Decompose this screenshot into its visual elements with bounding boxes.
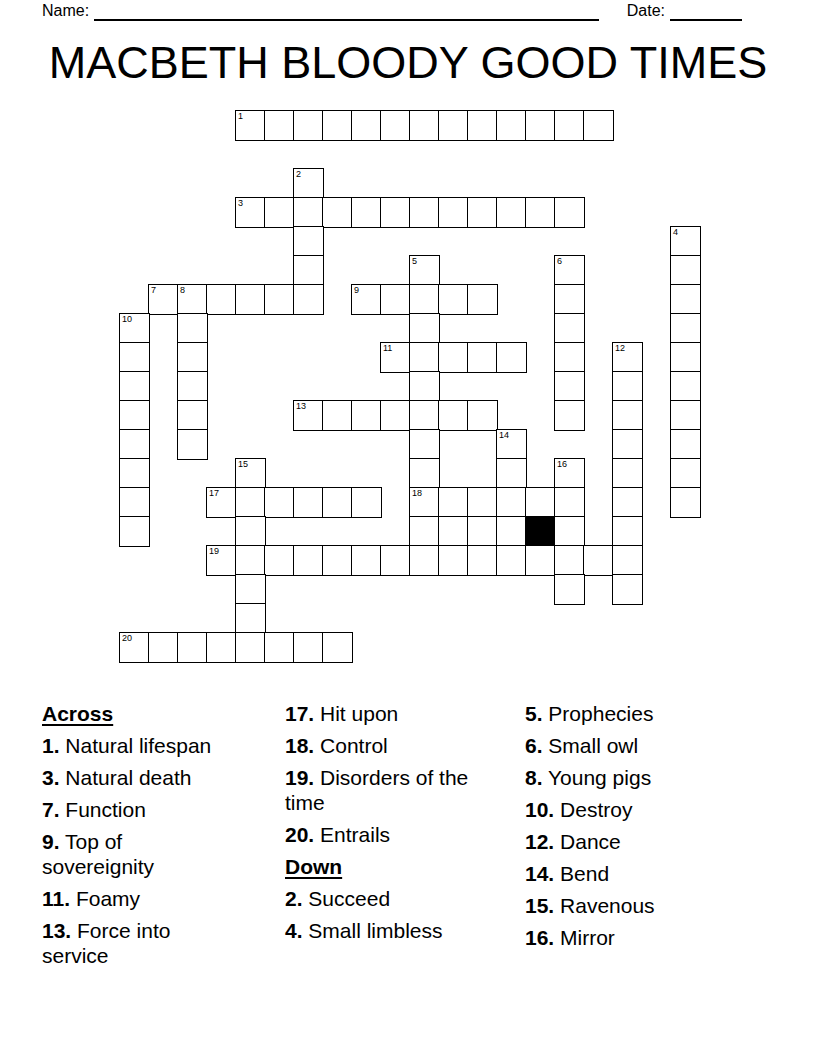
clue-number: 13 [296, 401, 306, 412]
grid-cell[interactable] [467, 110, 498, 141]
grid-cell[interactable] [496, 197, 527, 228]
grid-cell[interactable]: 11 [380, 342, 411, 373]
grid-cell[interactable] [322, 400, 353, 431]
clue-number-label: 8. [525, 766, 543, 789]
grid-cell[interactable] [612, 516, 643, 547]
grid-cell[interactable] [467, 284, 498, 315]
clue: 10. Destroy [525, 797, 715, 822]
grid-cell[interactable] [438, 342, 469, 373]
clue-number: 2 [296, 169, 301, 180]
grid-cell[interactable] [496, 342, 527, 373]
clue-number: 12 [615, 343, 625, 354]
grid-cell[interactable] [293, 226, 324, 257]
clue-column-1: Across1. Natural lifespan3. Natural deat… [42, 701, 234, 975]
clue-number-label: 5. [525, 702, 543, 725]
grid-cell[interactable]: 8 [177, 284, 208, 315]
clue: 11. Foamy [42, 886, 234, 911]
grid-cell[interactable] [235, 603, 266, 634]
grid-cell[interactable]: 4 [670, 226, 701, 257]
grid-cell[interactable] [119, 371, 150, 402]
clue: 13. Force into service [42, 918, 234, 968]
grid-cell[interactable] [235, 516, 266, 547]
clue-number: 1 [238, 111, 243, 122]
grid-cell[interactable] [583, 545, 614, 576]
grid-cell[interactable] [554, 342, 585, 373]
grid-cell[interactable] [612, 429, 643, 460]
grid-cell[interactable] [554, 110, 585, 141]
clue: 9. Top of sovereignity [42, 829, 234, 879]
grid-cell[interactable] [264, 197, 295, 228]
grid-cell[interactable]: 18 [409, 487, 440, 518]
grid-cell[interactable] [264, 284, 295, 315]
clue: 2. Succeed [285, 886, 490, 911]
grid-cell[interactable] [264, 632, 295, 663]
grid-cell[interactable] [177, 400, 208, 431]
clue: 18. Control [285, 733, 490, 758]
grid-cell[interactable] [322, 632, 353, 663]
clue-number: 3 [238, 198, 243, 209]
clue-number-label: 12. [525, 830, 554, 853]
clue-number-label: 14. [525, 862, 554, 885]
grid-cell[interactable] [235, 632, 266, 663]
clue-section-header: Across [42, 701, 234, 726]
clue-number-label: 11. [42, 887, 70, 910]
grid-cell[interactable] [612, 574, 643, 605]
grid-cell[interactable] [554, 487, 585, 518]
grid-cell[interactable] [380, 110, 411, 141]
grid-cell[interactable]: 12 [612, 342, 643, 373]
clue-number: 14 [499, 430, 509, 441]
clue-number: 6 [557, 256, 562, 267]
clue-number-label: 4. [285, 919, 303, 942]
clue: 12. Dance [525, 829, 715, 854]
grid-cell[interactable] [264, 545, 295, 576]
grid-cell[interactable] [293, 110, 324, 141]
grid-cell[interactable] [351, 545, 382, 576]
grid-cell[interactable] [467, 342, 498, 373]
grid-cell[interactable] [380, 197, 411, 228]
clue: 5. Prophecies [525, 701, 715, 726]
grid-cell[interactable]: 20 [119, 632, 150, 663]
name-label: Name: [42, 2, 89, 21]
grid-cell[interactable] [409, 197, 440, 228]
grid-cell[interactable] [670, 458, 701, 489]
grid-cell[interactable] [554, 313, 585, 344]
clue-number-label: 9. [42, 830, 60, 853]
grid-cell[interactable] [409, 313, 440, 344]
grid-cell[interactable]: 10 [119, 313, 150, 344]
clue-number-label: 17. [285, 702, 314, 725]
grid-cell[interactable] [177, 371, 208, 402]
grid-cell[interactable] [351, 400, 382, 431]
grid-cell[interactable] [322, 487, 353, 518]
grid-cell[interactable] [438, 110, 469, 141]
grid-cell[interactable] [525, 197, 556, 228]
crossword-worksheet-page: { "game": "crossword", "header": { "name… [0, 0, 816, 1056]
clue: 3. Natural death [42, 765, 234, 790]
clue-number-label: 2. [285, 887, 303, 910]
grid-cell[interactable]: 13 [293, 400, 324, 431]
grid-cell[interactable] [612, 371, 643, 402]
grid-cell[interactable] [206, 284, 237, 315]
grid-cell[interactable] [235, 284, 266, 315]
grid-cell[interactable] [525, 545, 556, 576]
clue-section-header: Down [285, 854, 490, 879]
clue-number-label: 15. [525, 894, 554, 917]
clue-column-3: 5. Prophecies6. Small owl8. Young pigs10… [525, 701, 715, 957]
grid-cell[interactable] [235, 545, 266, 576]
grid-cell[interactable] [235, 574, 266, 605]
grid-cell[interactable] [293, 255, 324, 286]
clue-column-2: 17. Hit upon18. Control19. Disorders of … [285, 701, 490, 950]
name-blank-line [94, 3, 599, 21]
grid-cell[interactable]: 2 [293, 168, 324, 199]
grid-cell[interactable] [670, 400, 701, 431]
clue-number-label: 19. [285, 766, 314, 789]
grid-cell[interactable] [554, 284, 585, 315]
grid-cell[interactable] [496, 516, 527, 547]
clue: 7. Function [42, 797, 234, 822]
grid-cell[interactable]: 15 [235, 458, 266, 489]
grid-cell[interactable]: 9 [351, 284, 382, 315]
clue-number-label: 10. [525, 798, 554, 821]
grid-cell[interactable] [554, 371, 585, 402]
clue: 6. Small owl [525, 733, 715, 758]
grid-cell[interactable] [525, 110, 556, 141]
grid-cell[interactable] [496, 545, 527, 576]
clue: 1. Natural lifespan [42, 733, 234, 758]
clue-number: 8 [180, 285, 185, 296]
grid-cell[interactable] [293, 197, 324, 228]
grid-cell[interactable] [322, 545, 353, 576]
grid-cell[interactable] [496, 487, 527, 518]
grid-cell[interactable]: 14 [496, 429, 527, 460]
grid-cell[interactable] [670, 429, 701, 460]
grid-cell[interactable]: 6 [554, 255, 585, 286]
grid-cell[interactable] [235, 487, 266, 518]
clue: 20. Entrails [285, 822, 490, 847]
grid-cell[interactable] [670, 313, 701, 344]
grid-cell[interactable] [467, 400, 498, 431]
clue-number-label: 16. [525, 926, 554, 949]
grid-cell[interactable] [409, 400, 440, 431]
grid-cell[interactable] [409, 371, 440, 402]
grid-cell[interactable] [293, 284, 324, 315]
grid-cell[interactable] [322, 110, 353, 141]
grid-cell[interactable] [351, 110, 382, 141]
grid-cell[interactable]: 19 [206, 545, 237, 576]
grid-cell[interactable] [438, 284, 469, 315]
clue-number: 7 [151, 285, 156, 296]
clue-number: 4 [673, 227, 678, 238]
grid-cell[interactable] [670, 342, 701, 373]
clue-number-label: 18. [285, 734, 314, 757]
clue-number-label: 3. [42, 766, 60, 789]
grid-cell[interactable]: 1 [235, 110, 266, 141]
grid-cell[interactable] [670, 255, 701, 286]
grid-cell[interactable] [438, 197, 469, 228]
grid-cell[interactable] [438, 400, 469, 431]
grid-cell[interactable] [380, 545, 411, 576]
grid-cell[interactable] [322, 197, 353, 228]
grid-cell[interactable] [583, 110, 614, 141]
grid-cell[interactable]: 7 [148, 284, 179, 315]
clue-number: 19 [209, 546, 219, 557]
grid-cell[interactable] [119, 400, 150, 431]
grid-cell[interactable] [206, 632, 237, 663]
grid-cell[interactable] [467, 545, 498, 576]
grid-cell[interactable] [525, 487, 556, 518]
grid-cell[interactable] [119, 458, 150, 489]
clue-number: 9 [354, 285, 359, 296]
grid-cell[interactable] [670, 284, 701, 315]
clue: 4. Small limbless [285, 918, 490, 943]
grid-cell[interactable] [496, 458, 527, 489]
grid-cell[interactable]: 5 [409, 255, 440, 286]
clue: 16. Mirror [525, 925, 715, 950]
grid-cell[interactable] [351, 197, 382, 228]
grid-cell[interactable] [119, 487, 150, 518]
grid-cell[interactable]: 17 [206, 487, 237, 518]
grid-cell[interactable] [467, 197, 498, 228]
grid-cell[interactable] [177, 342, 208, 373]
grid-cell[interactable] [612, 487, 643, 518]
black-cell [525, 516, 556, 547]
clue: 17. Hit upon [285, 701, 490, 726]
grid-cell[interactable] [409, 342, 440, 373]
grid-cell[interactable] [612, 545, 643, 576]
clue: 14. Bend [525, 861, 715, 886]
grid-cell[interactable] [177, 429, 208, 460]
grid-cell[interactable] [612, 458, 643, 489]
grid-cell[interactable] [177, 632, 208, 663]
grid-cell[interactable] [409, 110, 440, 141]
grid-cell[interactable] [293, 487, 324, 518]
clue-number: 20 [122, 633, 132, 644]
grid-cell[interactable] [148, 632, 179, 663]
grid-cell[interactable] [612, 400, 643, 431]
clue-number: 5 [412, 256, 417, 267]
date-blank-line [670, 3, 742, 21]
grid-cell[interactable]: 16 [554, 458, 585, 489]
clue-number-label: 13. [42, 919, 71, 942]
clue-number-label: 7. [42, 798, 60, 821]
clue-number: 16 [557, 459, 567, 470]
clue-number: 17 [209, 488, 219, 499]
grid-cell[interactable] [264, 487, 295, 518]
crossword-grid: 1234567891011121314151617181920 [119, 110, 700, 662]
grid-cell[interactable] [670, 371, 701, 402]
clue: 19. Disorders of the time [285, 765, 490, 815]
grid-cell[interactable] [670, 487, 701, 518]
grid-cell[interactable] [409, 516, 440, 547]
page-title: MACBETH BLOODY GOOD TIMES [0, 40, 816, 85]
clue-number: 10 [122, 314, 132, 325]
clue: 8. Young pigs [525, 765, 715, 790]
grid-cell[interactable] [554, 574, 585, 605]
grid-cell[interactable] [264, 110, 295, 141]
grid-cell[interactable] [467, 487, 498, 518]
clue-number-label: 6. [525, 734, 543, 757]
grid-cell[interactable] [380, 400, 411, 431]
clue-number: 11 [383, 343, 392, 354]
grid-cell[interactable] [496, 110, 527, 141]
grid-cell[interactable] [380, 284, 411, 315]
grid-cell[interactable] [554, 197, 585, 228]
grid-cell[interactable] [438, 516, 469, 547]
grid-cell[interactable] [467, 516, 498, 547]
clue-number-label: 1. [42, 734, 60, 757]
grid-cell[interactable] [409, 429, 440, 460]
grid-cell[interactable] [119, 516, 150, 547]
grid-cell[interactable] [409, 284, 440, 315]
worksheet-header: Name: Date: [42, 2, 742, 21]
grid-cell[interactable] [119, 429, 150, 460]
grid-cell[interactable] [351, 487, 382, 518]
grid-cell[interactable] [438, 545, 469, 576]
clue-number: 15 [238, 459, 248, 470]
grid-cell[interactable] [554, 400, 585, 431]
grid-cell[interactable] [293, 632, 324, 663]
grid-cell[interactable] [293, 545, 324, 576]
grid-cell[interactable] [409, 458, 440, 489]
grid-cell[interactable] [554, 545, 585, 576]
grid-cell[interactable]: 3 [235, 197, 266, 228]
grid-cell[interactable] [438, 487, 469, 518]
clue-number-label: 20. [285, 823, 314, 846]
grid-cell[interactable] [119, 342, 150, 373]
grid-cell[interactable] [409, 545, 440, 576]
grid-cell[interactable] [177, 313, 208, 344]
clue: 15. Ravenous [525, 893, 715, 918]
date-label: Date: [627, 2, 665, 21]
clue-number: 18 [412, 488, 422, 499]
grid-cell[interactable] [554, 516, 585, 547]
